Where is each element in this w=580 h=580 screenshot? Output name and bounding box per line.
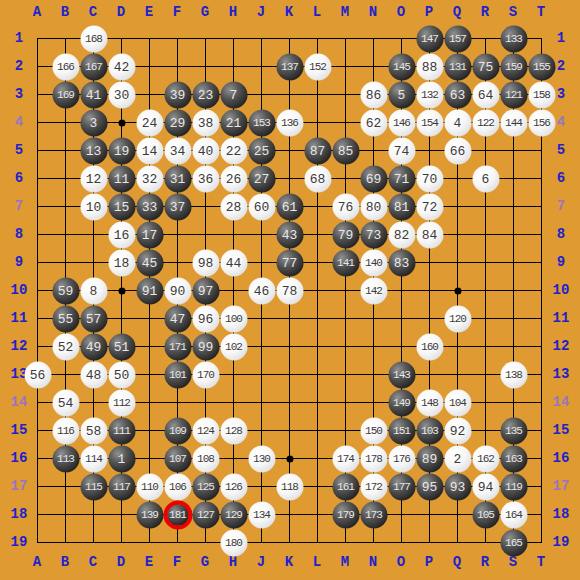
stone-D5: 19 xyxy=(108,137,135,164)
move-number: 116 xyxy=(57,425,74,436)
stone-C5: 13 xyxy=(80,137,107,164)
move-number: 165 xyxy=(505,537,522,548)
move-number: 111 xyxy=(113,425,130,436)
move-number: 84 xyxy=(422,228,438,241)
row-label-right-1: 1 xyxy=(547,30,575,46)
row-label-right-5: 5 xyxy=(547,142,575,158)
move-number: 98 xyxy=(198,256,214,269)
stone-K9: 77 xyxy=(276,249,303,276)
move-number: 60 xyxy=(254,200,270,213)
stone-S17: 119 xyxy=(500,473,527,500)
stone-F12: 171 xyxy=(164,333,191,360)
move-number: 61 xyxy=(282,200,298,213)
column-label-top-K: K xyxy=(275,4,303,20)
stone-J6: 27 xyxy=(248,165,275,192)
grid-line-horizontal-19 xyxy=(37,542,542,543)
move-number: 87 xyxy=(310,144,326,157)
move-number: 159 xyxy=(505,61,522,72)
stone-F13: 101 xyxy=(164,361,191,388)
move-number: 177 xyxy=(393,481,410,492)
stone-N8: 73 xyxy=(360,221,387,248)
stone-D2: 42 xyxy=(108,53,135,80)
move-number: 122 xyxy=(477,117,494,128)
stone-L6: 68 xyxy=(304,165,331,192)
move-number: 17 xyxy=(142,228,158,241)
stone-N10: 142 xyxy=(360,277,387,304)
move-number: 46 xyxy=(254,284,270,297)
move-number: 151 xyxy=(393,425,410,436)
stone-L5: 87 xyxy=(304,137,331,164)
stone-Q15: 92 xyxy=(444,417,471,444)
move-number: 63 xyxy=(450,88,466,101)
stone-F16: 107 xyxy=(164,445,191,472)
move-number: 107 xyxy=(169,453,186,464)
row-label-left-15: 15 xyxy=(5,422,33,438)
move-number: 41 xyxy=(86,88,102,101)
column-label-top-G: G xyxy=(191,4,219,20)
move-number: 28 xyxy=(226,200,242,213)
move-number: 109 xyxy=(169,425,186,436)
move-number: 6 xyxy=(482,172,490,185)
stone-A13: 56 xyxy=(24,361,51,388)
move-number: 158 xyxy=(533,89,550,100)
move-number: 105 xyxy=(477,509,494,520)
move-number: 18 xyxy=(114,256,130,269)
stone-F5: 34 xyxy=(164,137,191,164)
stone-E10: 91 xyxy=(136,277,163,304)
move-number: 163 xyxy=(505,453,522,464)
stone-C11: 57 xyxy=(80,305,107,332)
move-number: 33 xyxy=(142,200,158,213)
move-number: 11 xyxy=(114,172,130,185)
move-number: 79 xyxy=(338,228,354,241)
column-label-top-B: B xyxy=(51,4,79,20)
move-number: 47 xyxy=(170,312,186,325)
column-label-bottom-B: B xyxy=(51,554,79,570)
stone-H11: 100 xyxy=(220,305,247,332)
row-label-right-12: 12 xyxy=(547,338,575,354)
stone-D13: 50 xyxy=(108,361,135,388)
stone-P4: 154 xyxy=(416,109,443,136)
row-label-left-7: 7 xyxy=(5,198,33,214)
move-number: 59 xyxy=(58,284,74,297)
move-number: 62 xyxy=(366,116,382,129)
column-label-top-M: M xyxy=(331,4,359,20)
stone-T4: 156 xyxy=(528,109,555,136)
move-number: 69 xyxy=(366,172,382,185)
stone-M17: 161 xyxy=(332,473,359,500)
column-label-top-L: L xyxy=(303,4,331,20)
move-number: 36 xyxy=(198,172,214,185)
column-label-bottom-J: J xyxy=(247,554,275,570)
stone-O17: 177 xyxy=(388,473,415,500)
move-number: 8 xyxy=(90,284,98,297)
stone-G12: 99 xyxy=(192,333,219,360)
stone-C7: 10 xyxy=(80,193,107,220)
row-label-left-8: 8 xyxy=(5,226,33,242)
stone-P7: 72 xyxy=(416,193,443,220)
move-number: 141 xyxy=(337,257,354,268)
move-number: 174 xyxy=(337,453,354,464)
row-label-left-5: 5 xyxy=(5,142,33,158)
stone-J7: 60 xyxy=(248,193,275,220)
stone-B15: 116 xyxy=(52,417,79,444)
hoshi-Q10 xyxy=(454,287,461,294)
move-number: 2 xyxy=(454,452,462,465)
move-number: 102 xyxy=(225,341,242,352)
move-number: 120 xyxy=(449,313,466,324)
stone-D8: 16 xyxy=(108,221,135,248)
move-number: 176 xyxy=(393,453,410,464)
stone-H6: 26 xyxy=(220,165,247,192)
move-number: 160 xyxy=(421,341,438,352)
move-number: 75 xyxy=(478,60,494,73)
move-number: 32 xyxy=(142,172,158,185)
move-number: 91 xyxy=(142,284,158,297)
move-number: 132 xyxy=(421,89,438,100)
move-number: 50 xyxy=(114,368,130,381)
move-number: 173 xyxy=(365,509,382,520)
stone-G15: 124 xyxy=(192,417,219,444)
row-label-right-11: 11 xyxy=(547,310,575,326)
row-label-left-18: 18 xyxy=(5,506,33,522)
hoshi-D4 xyxy=(118,119,125,126)
stone-P14: 148 xyxy=(416,389,443,416)
move-number: 58 xyxy=(86,424,102,437)
stone-J18: 134 xyxy=(248,501,275,528)
stone-G9: 98 xyxy=(192,249,219,276)
stone-D17: 117 xyxy=(108,473,135,500)
stone-B2: 166 xyxy=(52,53,79,80)
move-number: 118 xyxy=(281,481,298,492)
column-label-bottom-E: E xyxy=(135,554,163,570)
row-label-left-11: 11 xyxy=(5,310,33,326)
stone-H12: 102 xyxy=(220,333,247,360)
move-number: 29 xyxy=(170,116,186,129)
move-number: 25 xyxy=(254,144,270,157)
stone-S3: 121 xyxy=(500,81,527,108)
stone-F10: 90 xyxy=(164,277,191,304)
row-label-right-6: 6 xyxy=(547,170,575,186)
move-number: 161 xyxy=(337,481,354,492)
stone-C2: 167 xyxy=(80,53,107,80)
stone-C12: 49 xyxy=(80,333,107,360)
stone-T2: 155 xyxy=(528,53,555,80)
move-number: 156 xyxy=(533,117,550,128)
move-number: 4 xyxy=(454,116,462,129)
column-label-bottom-F: F xyxy=(163,554,191,570)
move-number: 19 xyxy=(114,144,130,157)
move-number: 97 xyxy=(198,284,214,297)
move-number: 170 xyxy=(197,369,214,380)
move-number: 72 xyxy=(422,200,438,213)
column-label-top-O: O xyxy=(387,4,415,20)
stone-G3: 23 xyxy=(192,81,219,108)
move-number: 89 xyxy=(422,452,438,465)
stone-G6: 36 xyxy=(192,165,219,192)
move-number: 117 xyxy=(113,481,130,492)
move-number: 86 xyxy=(366,88,382,101)
move-number: 85 xyxy=(338,144,354,157)
stone-H3: 7 xyxy=(220,81,247,108)
move-number: 139 xyxy=(141,509,158,520)
column-label-bottom-M: M xyxy=(331,554,359,570)
stone-R3: 64 xyxy=(472,81,499,108)
stone-F11: 47 xyxy=(164,305,191,332)
move-number: 26 xyxy=(226,172,242,185)
stone-P1: 147 xyxy=(416,25,443,52)
stone-H5: 22 xyxy=(220,137,247,164)
stone-G4: 38 xyxy=(192,109,219,136)
move-number: 88 xyxy=(422,60,438,73)
move-number: 150 xyxy=(365,425,382,436)
move-number: 127 xyxy=(197,509,214,520)
stone-H17: 126 xyxy=(220,473,247,500)
move-number: 45 xyxy=(142,256,158,269)
stone-N4: 62 xyxy=(360,109,387,136)
stone-K2: 137 xyxy=(276,53,303,80)
move-number: 52 xyxy=(58,340,74,353)
column-label-bottom-R: R xyxy=(471,554,499,570)
move-number: 142 xyxy=(365,285,382,296)
stone-Q1: 157 xyxy=(444,25,471,52)
grid-line-vertical-L xyxy=(317,38,318,543)
stone-D16: 1 xyxy=(108,445,135,472)
row-label-right-7: 7 xyxy=(547,198,575,214)
move-number: 136 xyxy=(281,117,298,128)
stone-K7: 61 xyxy=(276,193,303,220)
stone-F6: 31 xyxy=(164,165,191,192)
stone-K17: 118 xyxy=(276,473,303,500)
column-label-top-Q: Q xyxy=(443,4,471,20)
stone-R17: 94 xyxy=(472,473,499,500)
move-number: 162 xyxy=(477,453,494,464)
stone-S2: 159 xyxy=(500,53,527,80)
move-number: 10 xyxy=(86,200,102,213)
move-number: 34 xyxy=(170,144,186,157)
move-number: 153 xyxy=(253,117,270,128)
move-number: 101 xyxy=(169,369,186,380)
stone-Q14: 104 xyxy=(444,389,471,416)
stone-D3: 30 xyxy=(108,81,135,108)
stone-P2: 88 xyxy=(416,53,443,80)
stone-R18: 105 xyxy=(472,501,499,528)
move-number: 57 xyxy=(86,312,102,325)
stone-N16: 178 xyxy=(360,445,387,472)
stone-L2: 152 xyxy=(304,53,331,80)
stone-H18: 129 xyxy=(220,501,247,528)
move-number: 130 xyxy=(253,453,270,464)
stone-B3: 169 xyxy=(52,81,79,108)
move-number: 90 xyxy=(170,284,186,297)
stone-C6: 12 xyxy=(80,165,107,192)
move-number: 73 xyxy=(366,228,382,241)
move-number: 114 xyxy=(85,453,102,464)
stone-S4: 144 xyxy=(500,109,527,136)
column-label-bottom-T: T xyxy=(527,554,555,570)
move-number: 125 xyxy=(197,481,214,492)
stone-H4: 21 xyxy=(220,109,247,136)
row-label-left-2: 2 xyxy=(5,58,33,74)
hoshi-D10 xyxy=(118,287,125,294)
stone-G17: 125 xyxy=(192,473,219,500)
column-label-bottom-A: A xyxy=(23,554,51,570)
stone-M18: 179 xyxy=(332,501,359,528)
stone-S1: 133 xyxy=(500,25,527,52)
stone-O9: 83 xyxy=(388,249,415,276)
row-label-left-6: 6 xyxy=(5,170,33,186)
column-label-top-S: S xyxy=(499,4,527,20)
stone-D15: 111 xyxy=(108,417,135,444)
move-number: 178 xyxy=(365,453,382,464)
row-label-right-10: 10 xyxy=(547,282,575,298)
move-number: 15 xyxy=(114,200,130,213)
row-label-right-8: 8 xyxy=(547,226,575,242)
stone-P17: 95 xyxy=(416,473,443,500)
row-label-left-19: 19 xyxy=(5,534,33,550)
move-number: 124 xyxy=(197,425,214,436)
move-number: 157 xyxy=(449,33,466,44)
move-number: 96 xyxy=(198,312,214,325)
column-label-bottom-C: C xyxy=(79,554,107,570)
stone-P16: 89 xyxy=(416,445,443,472)
stone-B16: 113 xyxy=(52,445,79,472)
column-label-top-D: D xyxy=(107,4,135,20)
move-number: 80 xyxy=(366,200,382,213)
move-number: 22 xyxy=(226,144,242,157)
stone-N7: 80 xyxy=(360,193,387,220)
row-label-left-14: 14 xyxy=(5,394,33,410)
stone-E17: 110 xyxy=(136,473,163,500)
move-number: 148 xyxy=(421,397,438,408)
move-number: 168 xyxy=(85,33,102,44)
stone-B12: 52 xyxy=(52,333,79,360)
stone-M9: 141 xyxy=(332,249,359,276)
stone-G16: 108 xyxy=(192,445,219,472)
move-number: 5 xyxy=(398,88,406,101)
stone-F17: 106 xyxy=(164,473,191,500)
move-number: 30 xyxy=(114,88,130,101)
move-number: 78 xyxy=(282,284,298,297)
column-label-bottom-G: G xyxy=(191,554,219,570)
stone-J16: 130 xyxy=(248,445,275,472)
row-label-right-19: 19 xyxy=(547,534,575,550)
move-number: 131 xyxy=(449,61,466,72)
stone-H15: 128 xyxy=(220,417,247,444)
move-number: 146 xyxy=(393,117,410,128)
column-label-bottom-D: D xyxy=(107,554,135,570)
row-label-left-4: 4 xyxy=(5,114,33,130)
column-label-bottom-L: L xyxy=(303,554,331,570)
stone-R6: 6 xyxy=(472,165,499,192)
row-label-right-16: 16 xyxy=(547,450,575,466)
stone-H7: 28 xyxy=(220,193,247,220)
hoshi-K16 xyxy=(286,455,293,462)
move-number: 77 xyxy=(282,256,298,269)
move-number: 24 xyxy=(142,116,158,129)
move-number: 39 xyxy=(170,88,186,101)
stone-P15: 103 xyxy=(416,417,443,444)
column-label-top-A: A xyxy=(23,4,51,20)
move-number: 155 xyxy=(533,61,550,72)
stone-M8: 79 xyxy=(332,221,359,248)
stone-S15: 135 xyxy=(500,417,527,444)
stone-K4: 136 xyxy=(276,109,303,136)
stone-N15: 150 xyxy=(360,417,387,444)
move-number: 64 xyxy=(478,88,494,101)
column-label-bottom-P: P xyxy=(415,554,443,570)
move-number: 172 xyxy=(365,481,382,492)
move-number: 181 xyxy=(169,509,186,520)
stone-N3: 86 xyxy=(360,81,387,108)
row-label-left-17: 17 xyxy=(5,478,33,494)
move-number: 126 xyxy=(225,481,242,492)
stone-E4: 24 xyxy=(136,109,163,136)
stone-N17: 172 xyxy=(360,473,387,500)
row-label-right-17: 17 xyxy=(547,478,575,494)
move-number: 54 xyxy=(58,396,74,409)
column-label-bottom-H: H xyxy=(219,554,247,570)
move-number: 99 xyxy=(198,340,214,353)
move-number: 81 xyxy=(394,200,410,213)
go-board[interactable]: ABCDEFGHJKLMNOPQRST ABCDEFGHJKLMNOPQRST … xyxy=(0,0,580,580)
move-number: 44 xyxy=(226,256,242,269)
stone-E5: 14 xyxy=(136,137,163,164)
stone-D6: 11 xyxy=(108,165,135,192)
move-number: 149 xyxy=(393,397,410,408)
stone-C4: 3 xyxy=(80,109,107,136)
stone-J10: 46 xyxy=(248,277,275,304)
move-number: 3 xyxy=(90,116,98,129)
stone-P12: 160 xyxy=(416,333,443,360)
column-label-top-F: F xyxy=(163,4,191,20)
move-number: 179 xyxy=(337,509,354,520)
move-number: 112 xyxy=(113,397,130,408)
row-label-left-9: 9 xyxy=(5,254,33,270)
stone-O5: 74 xyxy=(388,137,415,164)
move-number: 38 xyxy=(198,116,214,129)
row-label-left-10: 10 xyxy=(5,282,33,298)
move-number: 94 xyxy=(478,480,494,493)
move-number: 140 xyxy=(365,257,382,268)
stone-J5: 25 xyxy=(248,137,275,164)
move-number: 103 xyxy=(421,425,438,436)
column-label-top-E: E xyxy=(135,4,163,20)
stone-B10: 59 xyxy=(52,277,79,304)
row-label-right-13: 13 xyxy=(547,366,575,382)
move-number: 51 xyxy=(114,340,130,353)
stone-G13: 170 xyxy=(192,361,219,388)
move-number: 13 xyxy=(86,144,102,157)
stone-O8: 82 xyxy=(388,221,415,248)
stone-Q5: 66 xyxy=(444,137,471,164)
move-number: 7 xyxy=(230,88,238,101)
move-number: 106 xyxy=(169,481,186,492)
move-number: 43 xyxy=(282,228,298,241)
stone-C16: 114 xyxy=(80,445,107,472)
move-number: 42 xyxy=(114,60,130,73)
move-number: 134 xyxy=(253,509,270,520)
move-number: 92 xyxy=(450,424,466,437)
stone-Q11: 120 xyxy=(444,305,471,332)
move-number: 14 xyxy=(142,144,158,157)
stone-Q2: 131 xyxy=(444,53,471,80)
stone-R2: 75 xyxy=(472,53,499,80)
column-label-top-R: R xyxy=(471,4,499,20)
stone-O13: 143 xyxy=(388,361,415,388)
stone-H19: 180 xyxy=(220,529,247,556)
stone-B14: 54 xyxy=(52,389,79,416)
